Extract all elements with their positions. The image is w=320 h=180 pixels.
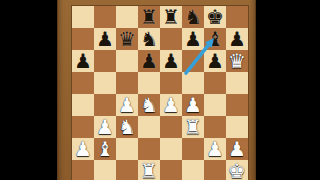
square-c5[interactable] — [116, 72, 138, 94]
piece-black-bishop[interactable]: ♝ — [206, 28, 224, 50]
piece-white-pawn[interactable]: ♟ — [74, 138, 92, 160]
piece-white-pawn[interactable]: ♟ — [96, 116, 114, 138]
square-d1[interactable]: ♜ — [138, 160, 160, 180]
piece-white-queen[interactable]: ♛ — [228, 50, 246, 72]
square-g3[interactable] — [204, 116, 226, 138]
square-e7[interactable] — [160, 28, 182, 50]
square-b3[interactable]: ♟ — [94, 116, 116, 138]
square-h3[interactable] — [226, 116, 248, 138]
square-b8[interactable] — [94, 6, 116, 28]
square-f2[interactable] — [182, 138, 204, 160]
square-c8[interactable] — [116, 6, 138, 28]
piece-white-pawn[interactable]: ♟ — [184, 94, 202, 116]
piece-black-pawn[interactable]: ♟ — [206, 50, 224, 72]
square-a7[interactable] — [72, 28, 94, 50]
square-c3[interactable]: ♞ — [116, 116, 138, 138]
square-b4[interactable] — [94, 94, 116, 116]
square-b7[interactable]: ♟ — [94, 28, 116, 50]
square-d7[interactable]: ♞ — [138, 28, 160, 50]
square-g1[interactable] — [204, 160, 226, 180]
square-g2[interactable]: ♟ — [204, 138, 226, 160]
piece-black-pawn[interactable]: ♟ — [162, 50, 180, 72]
piece-white-knight[interactable]: ♞ — [140, 94, 158, 116]
piece-black-pawn[interactable]: ♟ — [74, 50, 92, 72]
square-a5[interactable] — [72, 72, 94, 94]
square-h8[interactable] — [226, 6, 248, 28]
square-e1[interactable] — [160, 160, 182, 180]
square-c6[interactable] — [116, 50, 138, 72]
square-h6[interactable]: ♛ — [226, 50, 248, 72]
square-f3[interactable]: ♜ — [182, 116, 204, 138]
square-a2[interactable]: ♟ — [72, 138, 94, 160]
square-d8[interactable]: ♜ — [138, 6, 160, 28]
square-e8[interactable]: ♜ — [160, 6, 182, 28]
piece-black-rook[interactable]: ♜ — [162, 6, 180, 28]
square-f6[interactable] — [182, 50, 204, 72]
piece-white-pawn[interactable]: ♟ — [162, 94, 180, 116]
square-c7[interactable]: ♛ — [116, 28, 138, 50]
square-f4[interactable]: ♟ — [182, 94, 204, 116]
square-g6[interactable]: ♟ — [204, 50, 226, 72]
square-b1[interactable] — [94, 160, 116, 180]
square-f1[interactable] — [182, 160, 204, 180]
square-h2[interactable]: ♟ — [226, 138, 248, 160]
square-f7[interactable]: ♟ — [182, 28, 204, 50]
board-frame: ♜♜♞♚♟♛♞♟♝♟♟♟♟♟♛♟♞♟♟♟♞♜♟♝♟♟♜♚ — [57, 0, 256, 180]
chess-board: ♜♜♞♚♟♛♞♟♝♟♟♟♟♟♛♟♞♟♟♟♞♜♟♝♟♟♜♚ — [72, 6, 248, 180]
square-e6[interactable]: ♟ — [160, 50, 182, 72]
square-g4[interactable] — [204, 94, 226, 116]
piece-white-pawn[interactable]: ♟ — [206, 138, 224, 160]
square-b6[interactable] — [94, 50, 116, 72]
square-b2[interactable]: ♝ — [94, 138, 116, 160]
square-e3[interactable] — [160, 116, 182, 138]
square-d6[interactable]: ♟ — [138, 50, 160, 72]
square-a8[interactable] — [72, 6, 94, 28]
square-f8[interactable]: ♞ — [182, 6, 204, 28]
square-b5[interactable] — [94, 72, 116, 94]
square-h5[interactable] — [226, 72, 248, 94]
piece-black-pawn[interactable]: ♟ — [140, 50, 158, 72]
piece-white-bishop[interactable]: ♝ — [96, 138, 114, 160]
square-c2[interactable] — [116, 138, 138, 160]
piece-white-king[interactable]: ♚ — [228, 160, 246, 180]
piece-black-pawn[interactable]: ♟ — [184, 28, 202, 50]
square-a4[interactable] — [72, 94, 94, 116]
square-h1[interactable]: ♚ — [226, 160, 248, 180]
square-g7[interactable]: ♝ — [204, 28, 226, 50]
piece-black-rook[interactable]: ♜ — [140, 6, 158, 28]
piece-black-knight[interactable]: ♞ — [184, 6, 202, 28]
square-h4[interactable] — [226, 94, 248, 116]
square-c1[interactable] — [116, 160, 138, 180]
piece-white-pawn[interactable]: ♟ — [118, 94, 136, 116]
piece-white-pawn[interactable]: ♟ — [228, 138, 246, 160]
piece-black-knight[interactable]: ♞ — [140, 28, 158, 50]
square-e2[interactable] — [160, 138, 182, 160]
square-h7[interactable]: ♟ — [226, 28, 248, 50]
square-c4[interactable]: ♟ — [116, 94, 138, 116]
square-a3[interactable] — [72, 116, 94, 138]
piece-black-king[interactable]: ♚ — [206, 6, 224, 28]
piece-black-pawn[interactable]: ♟ — [96, 28, 114, 50]
square-g5[interactable] — [204, 72, 226, 94]
square-a1[interactable] — [72, 160, 94, 180]
square-e5[interactable] — [160, 72, 182, 94]
square-a6[interactable]: ♟ — [72, 50, 94, 72]
square-d4[interactable]: ♞ — [138, 94, 160, 116]
piece-white-knight[interactable]: ♞ — [118, 116, 136, 138]
square-e4[interactable]: ♟ — [160, 94, 182, 116]
piece-white-rook[interactable]: ♜ — [140, 160, 158, 180]
piece-black-pawn[interactable]: ♟ — [228, 28, 246, 50]
square-d5[interactable] — [138, 72, 160, 94]
chess-app-root: { "game": "chess", "position": { "fen": … — [0, 0, 320, 180]
square-g8[interactable]: ♚ — [204, 6, 226, 28]
square-f5[interactable] — [182, 72, 204, 94]
piece-black-queen[interactable]: ♛ — [118, 28, 136, 50]
square-d2[interactable] — [138, 138, 160, 160]
square-d3[interactable] — [138, 116, 160, 138]
piece-white-rook[interactable]: ♜ — [184, 116, 202, 138]
